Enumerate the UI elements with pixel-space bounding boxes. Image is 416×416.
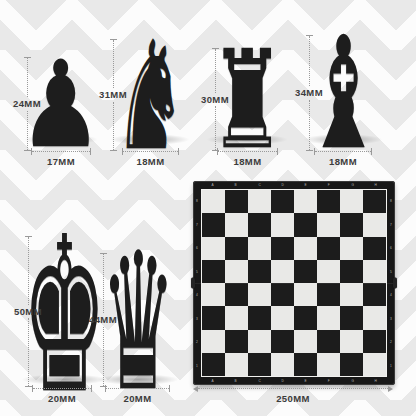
dimension-line [309, 36, 310, 86]
square-g6 [340, 237, 363, 260]
square-c2 [248, 330, 271, 353]
coord-label: 2 [195, 332, 200, 351]
square-e7 [294, 213, 317, 236]
queen-base-label: 20MM [124, 394, 152, 404]
dimension-line [27, 111, 28, 150]
dimension-line [103, 254, 104, 313]
square-f6 [317, 237, 340, 260]
square-e1 [294, 353, 317, 376]
bishop-height-dimension: 34MM [289, 35, 329, 151]
dimension-tick [371, 148, 372, 155]
board-width-label: 250MM [276, 394, 310, 404]
square-c7 [248, 213, 271, 236]
square-a7 [202, 213, 225, 236]
dimension-line [309, 100, 310, 150]
pawn-height-label: 24MM [13, 99, 41, 109]
coord-label: E [296, 379, 315, 384]
coord-label: E [296, 183, 315, 188]
dimension-tick [24, 150, 31, 151]
square-b4 [225, 283, 248, 306]
coord-label: 6 [389, 238, 394, 257]
square-h6 [363, 237, 386, 260]
coord-label: 4 [389, 285, 394, 304]
coord-label: 5 [195, 262, 200, 281]
queen-height-dimension: 44MM [83, 253, 123, 387]
dimension-line [198, 388, 388, 389]
coord-label: 7 [195, 215, 200, 234]
square-d2 [271, 330, 294, 353]
knight-base-label: 18MM [137, 157, 165, 167]
dimension-tick [178, 148, 179, 155]
coord-label: B [227, 379, 246, 384]
coord-label: A [203, 379, 222, 384]
board-fold-seam [193, 283, 395, 284]
knight-base-dimension: 18MM [122, 148, 179, 169]
queen-height-label: 44MM [89, 315, 117, 325]
square-e2 [294, 330, 317, 353]
square-f5 [317, 260, 340, 283]
square-d3 [271, 306, 294, 329]
dimension-arrow-right [388, 386, 393, 392]
square-g1 [340, 353, 363, 376]
square-h7 [363, 213, 386, 236]
coord-label: H [366, 379, 385, 384]
king-height-label: 50MM [14, 307, 42, 317]
file-labels-top: ABCDEFGH [201, 182, 387, 188]
coord-label: 4 [195, 285, 200, 304]
square-g2 [340, 330, 363, 353]
square-f1 [317, 353, 340, 376]
dimension-tick [25, 386, 32, 387]
dimension-tick [90, 148, 91, 155]
dimension-line [315, 151, 371, 152]
coord-label: F [320, 379, 339, 384]
square-a2 [202, 330, 225, 353]
rook-height-label: 30MM [201, 95, 229, 105]
square-c6 [248, 237, 271, 260]
coord-label: D [273, 183, 292, 188]
coord-label: D [273, 379, 292, 384]
dimension-line [27, 58, 28, 97]
square-h2 [363, 330, 386, 353]
chess-set-dimensions-diagram: ♟ ♞ ♜ ♝ ♚ ♛ 24MM 31MM 30MM 34MM 50MM 44M… [0, 0, 416, 416]
dimension-line [215, 49, 216, 93]
square-e3 [294, 306, 317, 329]
pawn-base-dimension: 17MM [31, 148, 91, 169]
square-b6 [225, 237, 248, 260]
square-a5 [202, 260, 225, 283]
square-h8 [363, 190, 386, 213]
bishop-height-label: 34MM [295, 88, 323, 98]
bishop-base-dimension: 18MM [314, 148, 372, 169]
coord-label: F [320, 183, 339, 188]
coord-label: 8 [389, 191, 394, 210]
queen-base-dimension: 20MM [105, 385, 170, 406]
coord-label: 3 [389, 309, 394, 328]
pawn-base-label: 17MM [47, 157, 75, 167]
coord-label: G [343, 183, 362, 188]
square-d8 [271, 190, 294, 213]
dimension-line [215, 106, 216, 150]
square-f7 [317, 213, 340, 236]
square-a4 [202, 283, 225, 306]
pawn-height-dimension: 24MM [7, 57, 47, 151]
dimension-line [28, 237, 29, 305]
square-c8 [248, 190, 271, 213]
coord-label: 7 [389, 215, 394, 234]
square-f4 [317, 283, 340, 306]
dimension-line [113, 102, 114, 150]
dimension-line [32, 151, 90, 152]
coord-label: 1 [389, 356, 394, 375]
knight-height-dimension: 31MM [93, 39, 133, 151]
chess-board: ABCDEFGH ABCDEFGH 87654321 87654321 [193, 181, 395, 385]
dimension-line [28, 318, 29, 386]
square-b7 [225, 213, 248, 236]
bishop-base-label: 18MM [329, 157, 357, 167]
square-h1 [363, 353, 386, 376]
dimension-tick [110, 150, 117, 151]
square-a8 [202, 190, 225, 213]
square-g8 [340, 190, 363, 213]
coord-label: 2 [389, 332, 394, 351]
square-a1 [202, 353, 225, 376]
square-b5 [225, 260, 248, 283]
rook-base-dimension: 18MM [217, 148, 278, 169]
rook-base-label: 18MM [234, 157, 262, 167]
coord-label: G [343, 379, 362, 384]
square-f8 [317, 190, 340, 213]
dimension-line [106, 388, 169, 389]
square-e5 [294, 260, 317, 283]
square-g4 [340, 283, 363, 306]
dimension-line [123, 151, 178, 152]
dimension-tick [169, 385, 170, 392]
dimension-line [103, 327, 104, 386]
square-d5 [271, 260, 294, 283]
square-b3 [225, 306, 248, 329]
coord-label: 3 [195, 309, 200, 328]
board-hinge-right [393, 278, 397, 289]
dimension-line [218, 151, 277, 152]
square-e6 [294, 237, 317, 260]
square-h4 [363, 283, 386, 306]
square-d4 [271, 283, 294, 306]
square-g3 [340, 306, 363, 329]
knight-height-label: 31MM [99, 90, 127, 100]
square-g5 [340, 260, 363, 283]
square-b1 [225, 353, 248, 376]
coord-label: C [250, 183, 269, 188]
square-d7 [271, 213, 294, 236]
king-base-label: 20MM [48, 394, 76, 404]
coord-label: C [250, 379, 269, 384]
square-e8 [294, 190, 317, 213]
square-f2 [317, 330, 340, 353]
square-c3 [248, 306, 271, 329]
coord-label: H [366, 183, 385, 188]
square-c5 [248, 260, 271, 283]
square-g7 [340, 213, 363, 236]
square-c4 [248, 283, 271, 306]
coord-label: A [203, 183, 222, 188]
dimension-tick [91, 385, 92, 392]
dimension-tick [277, 148, 278, 155]
board-width-dimension: 250MM [193, 385, 393, 406]
king-base-dimension: 20MM [32, 385, 92, 406]
square-a3 [202, 306, 225, 329]
square-f3 [317, 306, 340, 329]
dimension-tick [306, 150, 313, 151]
square-e4 [294, 283, 317, 306]
coord-label: B [227, 183, 246, 188]
rook-height-dimension: 30MM [195, 48, 235, 151]
dimension-line [113, 40, 114, 88]
king-height-dimension: 50MM [8, 236, 48, 387]
coord-label: 8 [195, 191, 200, 210]
coord-label: 6 [195, 238, 200, 257]
board-hinge-left [191, 278, 195, 289]
square-c1 [248, 353, 271, 376]
square-b2 [225, 330, 248, 353]
square-h3 [363, 306, 386, 329]
square-d1 [271, 353, 294, 376]
file-labels-bottom: ABCDEFGH [201, 378, 387, 384]
square-b8 [225, 190, 248, 213]
dimension-line [33, 388, 91, 389]
square-h5 [363, 260, 386, 283]
square-a6 [202, 237, 225, 260]
square-d6 [271, 237, 294, 260]
coord-label: 1 [195, 356, 200, 375]
